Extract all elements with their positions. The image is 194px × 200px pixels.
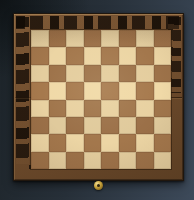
square-e1[interactable] [101,152,119,169]
square-h5[interactable] [154,82,172,99]
frame-mottle-top [16,16,181,29]
square-f6[interactable] [119,65,137,82]
square-c2[interactable] [66,134,84,151]
square-e3[interactable] [101,117,119,134]
square-h1[interactable] [154,152,172,169]
photo-background [0,0,194,200]
square-h8[interactable] [154,30,172,47]
square-f3[interactable] [119,117,137,134]
square-a6[interactable] [31,65,49,82]
square-a8[interactable] [31,30,49,47]
square-h6[interactable] [154,65,172,82]
square-e6[interactable] [101,65,119,82]
square-b2[interactable] [49,134,67,151]
square-b1[interactable] [49,152,67,169]
square-b5[interactable] [49,82,67,99]
square-f4[interactable] [119,100,137,117]
square-h3[interactable] [154,117,172,134]
square-g6[interactable] [136,65,154,82]
square-f2[interactable] [119,134,137,151]
square-f5[interactable] [119,82,137,99]
square-c1[interactable] [66,152,84,169]
square-a2[interactable] [31,134,49,151]
square-b7[interactable] [49,47,67,64]
brass-clasp-icon [94,181,103,190]
square-d8[interactable] [84,30,102,47]
square-g5[interactable] [136,82,154,99]
square-g4[interactable] [136,100,154,117]
square-d7[interactable] [84,47,102,64]
square-a4[interactable] [31,100,49,117]
square-e5[interactable] [101,82,119,99]
square-d5[interactable] [84,82,102,99]
square-b4[interactable] [49,100,67,117]
square-c4[interactable] [66,100,84,117]
square-h7[interactable] [154,47,172,64]
square-a5[interactable] [31,82,49,99]
square-e4[interactable] [101,100,119,117]
square-h2[interactable] [154,134,172,151]
square-d4[interactable] [84,100,102,117]
square-g8[interactable] [136,30,154,47]
square-b6[interactable] [49,65,67,82]
square-e7[interactable] [101,47,119,64]
square-f7[interactable] [119,47,137,64]
square-a3[interactable] [31,117,49,134]
square-b8[interactable] [49,30,67,47]
chessboard-grid [31,30,171,169]
square-f8[interactable] [119,30,137,47]
square-d1[interactable] [84,152,102,169]
square-h4[interactable] [154,100,172,117]
frame-mottle-left [16,17,29,164]
square-d2[interactable] [84,134,102,151]
square-d3[interactable] [84,117,102,134]
square-c8[interactable] [66,30,84,47]
square-c6[interactable] [66,65,84,82]
square-g1[interactable] [136,152,154,169]
square-c3[interactable] [66,117,84,134]
square-c5[interactable] [66,82,84,99]
square-e2[interactable] [101,134,119,151]
square-e8[interactable] [101,30,119,47]
square-d6[interactable] [84,65,102,82]
square-f1[interactable] [119,152,137,169]
square-g2[interactable] [136,134,154,151]
board-frame [13,13,184,181]
square-b3[interactable] [49,117,67,134]
square-g3[interactable] [136,117,154,134]
square-g7[interactable] [136,47,154,64]
square-c7[interactable] [66,47,84,64]
square-a1[interactable] [31,152,49,169]
square-a7[interactable] [31,47,49,64]
